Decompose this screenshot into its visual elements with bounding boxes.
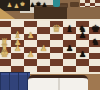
background-corner-board bbox=[80, 0, 100, 7]
background-box bbox=[70, 2, 79, 7]
white-case-seam bbox=[58, 78, 60, 90]
teal-cup bbox=[53, 0, 60, 7]
square bbox=[76, 66, 89, 72]
tournament-photo: ♟♟♚♟♚♟ ♜♜♚♝♟♟♟♟♟♛♝♞♟♚♞♟♟ bbox=[0, 0, 100, 90]
chess-board-grid: ♜♜♚♝♟♟♟♟♟♛♝♞♟♚♞♟♟ bbox=[0, 21, 100, 72]
square bbox=[37, 66, 50, 72]
square bbox=[89, 66, 100, 72]
blue-bag bbox=[0, 72, 30, 90]
square bbox=[63, 66, 76, 72]
white-case bbox=[28, 75, 88, 90]
background-left-table bbox=[0, 0, 30, 11]
chess-board: ♜♜♚♝♟♟♟♟♟♛♝♞♟♚♞♟♟ bbox=[0, 19, 100, 76]
square bbox=[50, 66, 63, 72]
